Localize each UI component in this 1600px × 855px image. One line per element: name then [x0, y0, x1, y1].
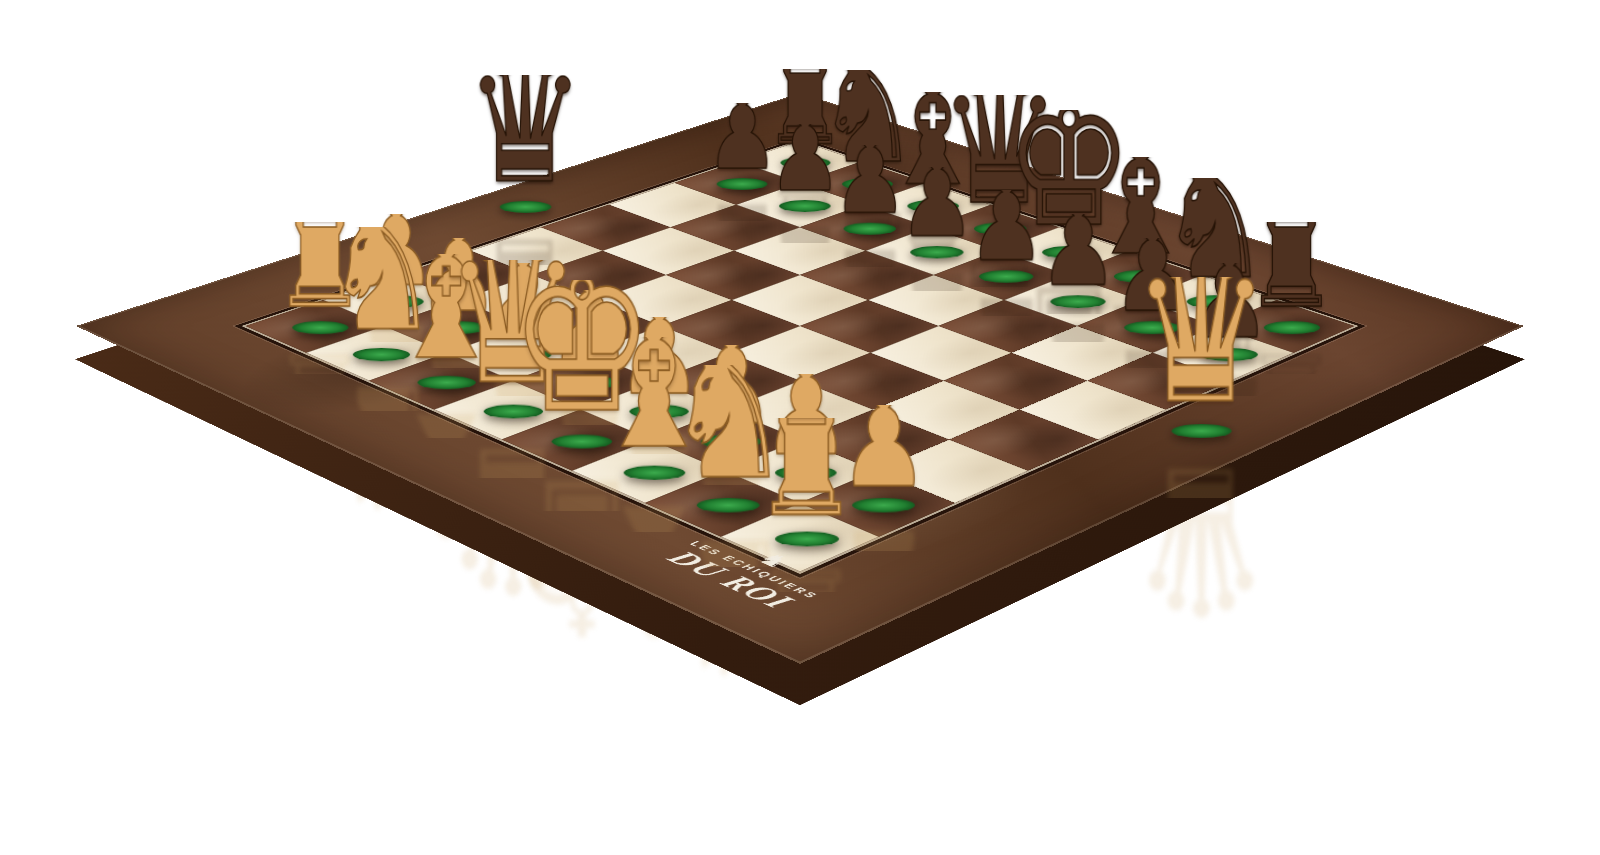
piece-reflection: ♛ — [1132, 437, 1270, 640]
piece-black-pawn-b7: ♟♟ — [768, 123, 842, 206]
pawn-glyph: ♟ — [899, 139, 976, 252]
piece-black-pawn-f7: ♟♟ — [1039, 213, 1118, 302]
pawn-glyph: ♟ — [832, 118, 907, 229]
square-e6 — [868, 275, 1004, 326]
product-photo: ♜♜♟♟♟♟♜♜♞♞♟♟♟♟♞♞♝♝♟♟♟♟♝♝♛♛♟♟♟♟♛♛♚♚♟♟♟♟♚♚… — [0, 0, 1600, 855]
pawn-glyph: ♟ — [1039, 185, 1118, 302]
piece-white-queen-spare: ♛♛ — [1132, 277, 1270, 431]
piece-black-queen-spare: ♛♛ — [466, 74, 585, 207]
queen-glyph: ♛ — [1132, 228, 1270, 431]
rook-glyph: ♜ — [752, 379, 861, 539]
piece-black-pawn-d7: ♟♟ — [899, 167, 976, 253]
queen-glyph: ♛ — [466, 32, 585, 207]
piece-black-pawn-e7: ♟♟ — [967, 189, 1045, 276]
pawn-glyph: ♟ — [967, 162, 1045, 277]
piece-black-pawn-c7: ♟♟ — [832, 145, 907, 229]
pawn-glyph: ♟ — [768, 97, 842, 206]
piece-white-rook-h1: ♜♜ — [752, 418, 861, 539]
chess-board: ♜♜♟♟♟♟♜♜♞♞♟♟♟♟♞♞♝♝♟♟♟♟♝♝♛♛♟♟♟♟♛♛♚♚♟♟♟♟♚♚… — [76, 93, 1524, 664]
